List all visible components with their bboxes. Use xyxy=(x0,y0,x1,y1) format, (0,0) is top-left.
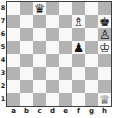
file-label-c: c xyxy=(33,106,46,117)
square-g5[interactable] xyxy=(85,41,98,54)
square-g2[interactable] xyxy=(85,80,98,93)
square-c3[interactable] xyxy=(33,67,46,80)
square-d4[interactable] xyxy=(46,54,59,67)
square-e8[interactable] xyxy=(59,2,72,15)
file-label-h: h xyxy=(98,106,111,117)
square-b6[interactable] xyxy=(20,28,33,41)
square-d1[interactable] xyxy=(46,93,59,106)
square-a8[interactable] xyxy=(7,2,20,15)
square-g8[interactable] xyxy=(85,2,98,15)
square-e7[interactable] xyxy=(59,15,72,28)
square-d5[interactable] xyxy=(46,41,59,54)
file-label-g: g xyxy=(85,106,98,117)
white-bishop-f7: ♗ xyxy=(73,15,84,28)
square-h6[interactable]: ♙ xyxy=(98,28,111,41)
square-c1[interactable] xyxy=(33,93,46,106)
chessboard: ♛♗♚♙♟♔♕ xyxy=(6,1,112,107)
square-b4[interactable] xyxy=(20,54,33,67)
chess-diagram: 87654321 ♛♗♚♙♟♔♕ abcdefgh xyxy=(0,0,118,118)
square-g4[interactable] xyxy=(85,54,98,67)
square-e2[interactable] xyxy=(59,80,72,93)
white-king-h5: ♔ xyxy=(99,41,110,54)
square-c7[interactable] xyxy=(33,15,46,28)
square-h5[interactable]: ♔ xyxy=(98,41,111,54)
square-b3[interactable] xyxy=(20,67,33,80)
square-a6[interactable] xyxy=(7,28,20,41)
square-a5[interactable] xyxy=(7,41,20,54)
square-f2[interactable] xyxy=(72,80,85,93)
square-e1[interactable] xyxy=(59,93,72,106)
square-e6[interactable] xyxy=(59,28,72,41)
square-b1[interactable] xyxy=(20,93,33,106)
square-f3[interactable] xyxy=(72,67,85,80)
file-labels: abcdefgh xyxy=(7,106,111,117)
square-c2[interactable] xyxy=(33,80,46,93)
square-c4[interactable] xyxy=(33,54,46,67)
square-d2[interactable] xyxy=(46,80,59,93)
square-h8[interactable] xyxy=(98,2,111,15)
file-label-d: d xyxy=(46,106,59,117)
square-g7[interactable] xyxy=(85,15,98,28)
square-d6[interactable] xyxy=(46,28,59,41)
square-f1[interactable] xyxy=(72,93,85,106)
white-pawn-h6: ♙ xyxy=(99,28,110,41)
file-label-b: b xyxy=(20,106,33,117)
square-h7[interactable]: ♚ xyxy=(98,15,111,28)
square-h4[interactable] xyxy=(98,54,111,67)
square-g1[interactable] xyxy=(85,93,98,106)
square-d3[interactable] xyxy=(46,67,59,80)
square-b7[interactable] xyxy=(20,15,33,28)
white-queen-h1: ♕ xyxy=(99,93,110,106)
square-b8[interactable] xyxy=(20,2,33,15)
square-f4[interactable] xyxy=(72,54,85,67)
square-a3[interactable] xyxy=(7,67,20,80)
square-g3[interactable] xyxy=(85,67,98,80)
square-e4[interactable] xyxy=(59,54,72,67)
square-d7[interactable] xyxy=(46,15,59,28)
square-h2[interactable] xyxy=(98,80,111,93)
square-f7[interactable]: ♗ xyxy=(72,15,85,28)
black-pawn-f5: ♟ xyxy=(73,41,84,54)
square-b2[interactable] xyxy=(20,80,33,93)
square-b5[interactable] xyxy=(20,41,33,54)
file-label-e: e xyxy=(59,106,72,117)
square-f6[interactable] xyxy=(72,28,85,41)
square-g6[interactable] xyxy=(85,28,98,41)
square-f5[interactable]: ♟ xyxy=(72,41,85,54)
file-label-f: f xyxy=(72,106,85,117)
square-h3[interactable] xyxy=(98,67,111,80)
square-a4[interactable] xyxy=(7,54,20,67)
square-d8[interactable] xyxy=(46,2,59,15)
square-e3[interactable] xyxy=(59,67,72,80)
square-c6[interactable] xyxy=(33,28,46,41)
square-c5[interactable] xyxy=(33,41,46,54)
square-c8[interactable]: ♛ xyxy=(33,2,46,15)
file-label-a: a xyxy=(7,106,20,117)
square-h1[interactable]: ♕ xyxy=(98,93,111,106)
square-a1[interactable] xyxy=(7,93,20,106)
square-a2[interactable] xyxy=(7,80,20,93)
square-a7[interactable] xyxy=(7,15,20,28)
black-king-h7: ♚ xyxy=(99,15,110,28)
black-queen-c8: ♛ xyxy=(34,2,45,15)
square-e5[interactable] xyxy=(59,41,72,54)
square-f8[interactable] xyxy=(72,2,85,15)
